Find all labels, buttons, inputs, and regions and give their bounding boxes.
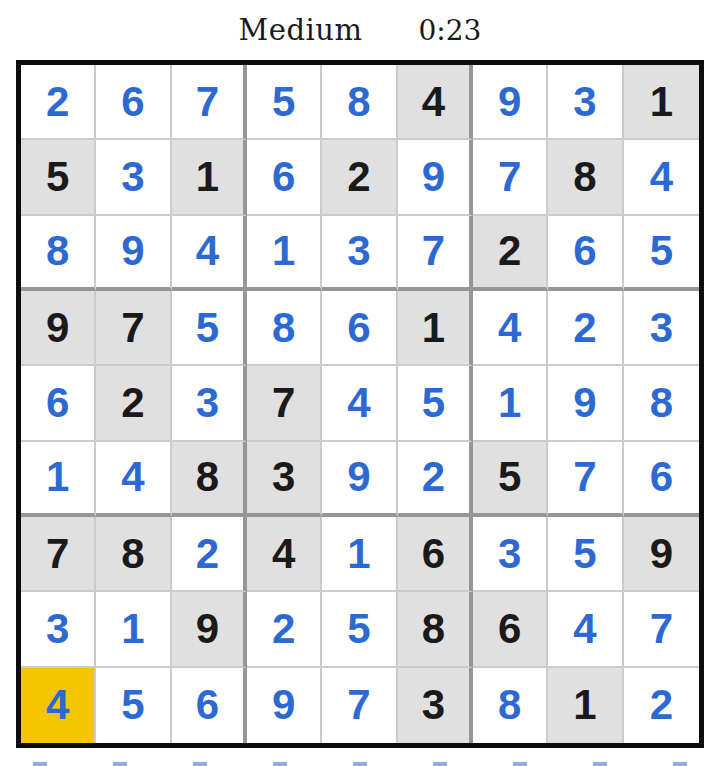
cell-r6c4[interactable]: 3 [247,442,322,517]
cell-r5c5[interactable]: 4 [322,366,397,441]
cell-r6c5[interactable]: 9 [322,442,397,517]
sudoku-board: 2675849315316297848941372659758614236237… [16,60,704,748]
cell-r5c1[interactable]: 6 [21,366,96,441]
cell-r3c4[interactable]: 1 [247,216,322,291]
cell-r2c3[interactable]: 1 [172,140,247,215]
cell-r8c7[interactable]: 6 [473,592,548,667]
cell-r2c4[interactable]: 6 [247,140,322,215]
cell-r2c1[interactable]: 5 [21,140,96,215]
cell-r6c9[interactable]: 6 [624,442,699,517]
cell-r9c6[interactable]: 3 [398,668,473,743]
cell-r5c4[interactable]: 7 [247,366,322,441]
cell-r4c4[interactable]: 8 [247,291,322,366]
cell-r1c6[interactable]: 4 [398,65,473,140]
cell-r5c2[interactable]: 2 [96,366,171,441]
cell-r2c7[interactable]: 7 [473,140,548,215]
cell-r6c8[interactable]: 7 [548,442,623,517]
game-header: Medium 0:23 [0,0,720,60]
cell-r9c9[interactable]: 2 [624,668,699,743]
cell-r2c5[interactable]: 2 [322,140,397,215]
cell-r3c3[interactable]: 4 [172,216,247,291]
cell-r4c8[interactable]: 2 [548,291,623,366]
cell-r5c7[interactable]: 1 [473,366,548,441]
cell-r8c1[interactable]: 3 [21,592,96,667]
cell-r2c9[interactable]: 4 [624,140,699,215]
cell-r2c2[interactable]: 3 [96,140,171,215]
cell-r1c3[interactable]: 7 [172,65,247,140]
cell-r3c9[interactable]: 5 [624,216,699,291]
cell-r8c4[interactable]: 2 [247,592,322,667]
cell-r4c7[interactable]: 4 [473,291,548,366]
cell-r1c2[interactable]: 6 [96,65,171,140]
cell-r5c9[interactable]: 8 [624,366,699,441]
cell-r3c5[interactable]: 3 [322,216,397,291]
cell-r7c6[interactable]: 6 [398,517,473,592]
cell-r7c1[interactable]: 7 [21,517,96,592]
difficulty-label: Medium [239,13,363,47]
cell-r1c8[interactable]: 3 [548,65,623,140]
cell-r3c7[interactable]: 2 [473,216,548,291]
cell-r9c2[interactable]: 5 [96,668,171,743]
cell-r7c9[interactable]: 9 [624,517,699,592]
cutoff-keypad-digit-tops [0,762,720,766]
cell-r8c8[interactable]: 4 [548,592,623,667]
cell-r9c7[interactable]: 8 [473,668,548,743]
cell-r4c2[interactable]: 7 [96,291,171,366]
cell-r2c6[interactable]: 9 [398,140,473,215]
cell-r6c3[interactable]: 8 [172,442,247,517]
cell-r3c6[interactable]: 7 [398,216,473,291]
cell-r9c3[interactable]: 6 [172,668,247,743]
cell-r7c5[interactable]: 1 [322,517,397,592]
cell-r1c5[interactable]: 8 [322,65,397,140]
cell-r6c7[interactable]: 5 [473,442,548,517]
cell-r2c8[interactable]: 8 [548,140,623,215]
cell-r4c5[interactable]: 6 [322,291,397,366]
cell-r8c2[interactable]: 1 [96,592,171,667]
cell-r6c2[interactable]: 4 [96,442,171,517]
cell-r7c4[interactable]: 4 [247,517,322,592]
cell-r8c3[interactable]: 9 [172,592,247,667]
cell-r4c3[interactable]: 5 [172,291,247,366]
cell-r3c8[interactable]: 6 [548,216,623,291]
cell-r6c6[interactable]: 2 [398,442,473,517]
cell-r4c9[interactable]: 3 [624,291,699,366]
cell-r5c6[interactable]: 5 [398,366,473,441]
cell-r5c3[interactable]: 3 [172,366,247,441]
cell-r1c9[interactable]: 1 [624,65,699,140]
cell-r8c6[interactable]: 8 [398,592,473,667]
cell-r6c1[interactable]: 1 [21,442,96,517]
cell-r4c1[interactable]: 9 [21,291,96,366]
cell-r1c1[interactable]: 2 [21,65,96,140]
timer: 0:23 [418,14,481,47]
cell-r7c7[interactable]: 3 [473,517,548,592]
cell-r9c1[interactable]: 4 [21,668,96,743]
cell-r7c8[interactable]: 5 [548,517,623,592]
cell-r1c7[interactable]: 9 [473,65,548,140]
cell-r9c5[interactable]: 7 [322,668,397,743]
cell-r9c8[interactable]: 1 [548,668,623,743]
cell-r8c5[interactable]: 5 [322,592,397,667]
cell-r3c2[interactable]: 9 [96,216,171,291]
cell-r3c1[interactable]: 8 [21,216,96,291]
cell-r8c9[interactable]: 7 [624,592,699,667]
cell-r1c4[interactable]: 5 [247,65,322,140]
cell-r5c8[interactable]: 9 [548,366,623,441]
cell-r9c4[interactable]: 9 [247,668,322,743]
cell-r7c3[interactable]: 2 [172,517,247,592]
cutoff-footer-strip [0,748,720,766]
cell-r4c6[interactable]: 1 [398,291,473,366]
cell-r7c2[interactable]: 8 [96,517,171,592]
